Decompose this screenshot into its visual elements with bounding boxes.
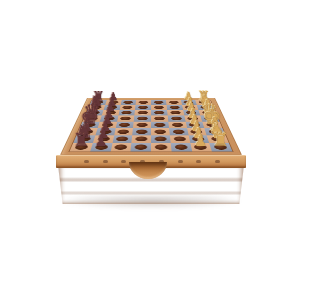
chess-piece-black-pawn: ♟ bbox=[95, 134, 108, 148]
chess-piece-white-rook: ♜ bbox=[212, 131, 228, 149]
wooden-chess-set-photo: ♜♞♝♛♚♝♞♜♟♟♟♟♟♟♟♟♟♟♟♟♟♟♟♟♜♞♝♛♚♝♞♜ bbox=[55, 58, 247, 208]
chess-piece-white-pawn: ♟ bbox=[194, 134, 207, 148]
pieces-layer: ♜♞♝♛♚♝♞♜♟♟♟♟♟♟♟♟♟♟♟♟♟♟♟♟♜♞♝♛♚♝♞♜ bbox=[55, 58, 247, 208]
chess-piece-black-rook: ♜ bbox=[73, 131, 89, 149]
